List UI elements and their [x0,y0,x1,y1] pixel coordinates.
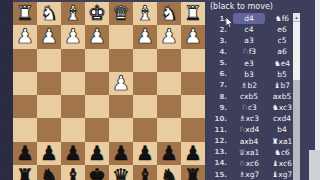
white-rook[interactable]: ♜ [16,2,34,25]
black-pawn[interactable]: ♟ [16,142,34,165]
move-row: 5.e3♞e4 [205,58,305,69]
square-h3[interactable] [13,49,37,72]
black-pawn[interactable]: ♟ [40,142,58,165]
square-b4[interactable] [157,72,181,95]
square-d2[interactable] [109,25,133,48]
square-e2[interactable]: ♟ [85,25,109,48]
black-rook[interactable]: ♜ [16,165,34,180]
square-c1[interactable]: ♝ [133,2,157,25]
move-white[interactable]: axb4 [233,137,265,146]
square-g2[interactable]: ♟ [37,25,61,48]
square-e6[interactable] [85,118,109,141]
chess-app-window: ››››››› ♜♞♝♚♛♝♞♜♟♟♟♟♟♟♟♟♟♟♟♟♟♟♟♟♜♞♝♚♛♝♞♜… [0,0,320,180]
move-white[interactable]: ♗xg7 [233,170,265,179]
square-a5[interactable] [181,95,205,118]
square-b8[interactable]: ♞ [157,165,181,180]
square-h4[interactable] [13,72,37,95]
move-row: 2.c4e6 [205,24,305,35]
square-d6[interactable] [109,118,133,141]
move-number: 14. [205,159,227,167]
move-row: 1.d4♞f6 [205,13,305,24]
move-white[interactable]: ♕xa1 [233,148,265,157]
square-b3[interactable] [157,49,181,72]
square-a4[interactable] [181,72,205,95]
square-f5[interactable] [61,95,85,118]
square-b6[interactable] [157,118,181,141]
black-pawn[interactable]: ♟ [64,142,82,165]
move-white[interactable]: cxb5 [233,92,265,101]
sidebar-marker-icon: › [4,18,12,24]
square-d5[interactable] [109,95,133,118]
square-e4[interactable] [85,72,109,95]
black-knight[interactable]: ♞ [40,165,58,180]
white-pawn[interactable]: ♟ [64,25,82,48]
move-white[interactable]: ♗xc3 [233,114,265,123]
sidebar-marker-icon: › [4,143,12,149]
move-number: 15. [205,171,227,179]
scrollbar-up-button[interactable]: ▴ [293,13,300,21]
square-h8[interactable]: ♜ [13,165,37,180]
move-number: 10. [205,115,227,123]
move-number: 5. [205,59,227,67]
move-row: 3.a3c5 [205,35,305,46]
square-d4[interactable]: ♟ [109,72,133,95]
square-d7[interactable]: ♟ [109,142,133,165]
white-pawn[interactable]: ♟ [112,72,130,95]
square-f6[interactable] [61,118,85,141]
square-d3[interactable] [109,49,133,72]
square-b1[interactable]: ♞ [157,2,181,25]
move-white[interactable]: ♘f3 [233,47,265,56]
move-white[interactable]: b3 [233,70,265,79]
left-sidebar: ››››››› [0,0,13,180]
move-number: 3. [205,37,227,45]
square-d8[interactable]: ♛ [109,165,133,180]
white-rook[interactable]: ♜ [184,2,202,25]
move-number: 13. [205,148,227,156]
square-b2[interactable]: ♟ [157,25,181,48]
move-row: 9.♘c3♞xc3 [205,102,305,113]
sidebar-marker-icon: › [4,43,12,49]
square-e8[interactable]: ♚ [85,165,109,180]
white-pawn[interactable]: ♟ [40,25,58,48]
square-h6[interactable] [13,118,37,141]
sidebar-marker-icon: › [4,118,12,124]
move-row: 7.♗b2♝b7 [205,80,305,91]
move-white[interactable]: e3 [233,59,265,68]
white-pawn[interactable]: ♟ [136,25,154,48]
chess-board[interactable]: ♜♞♝♚♛♝♞♜♟♟♟♟♟♟♟♟♟♟♟♟♟♟♟♟♜♞♝♚♛♝♞♜ [13,2,205,180]
square-g6[interactable] [37,118,61,141]
square-b5[interactable] [157,95,181,118]
move-number: 1. [205,15,227,23]
move-number: 9. [205,104,227,112]
move-white[interactable]: d4 [233,13,265,24]
move-white[interactable]: a3 [233,36,265,45]
square-c2[interactable]: ♟ [133,25,157,48]
move-row: 10.♗xc3cxd4 [205,113,305,124]
square-f8[interactable]: ♝ [61,165,85,180]
move-list[interactable]: 1.d4♞f62.c4e63.a3c54.♘f3a65.e3♞e46.b3b57… [205,13,305,180]
black-pawn[interactable]: ♟ [160,142,178,165]
square-f1[interactable]: ♝ [61,2,85,25]
white-king[interactable]: ♚ [88,2,106,25]
square-c8[interactable]: ♝ [133,165,157,180]
square-f4[interactable] [61,72,85,95]
sidebar-marker-icon: › [4,68,12,74]
square-h2[interactable]: ♟ [13,25,37,48]
black-bishop[interactable]: ♝ [136,165,154,180]
square-f7[interactable]: ♟ [61,142,85,165]
move-number: 6. [205,70,227,78]
black-pawn[interactable]: ♟ [112,142,130,165]
square-c5[interactable] [133,95,157,118]
move-number: 8. [205,93,227,101]
sidebar-marker-icon: › [4,168,12,174]
move-row: 14.♘xc6♝xc6 [205,158,305,169]
move-white[interactable]: ♘xc6 [233,159,265,168]
square-h1[interactable]: ♜ [13,2,37,25]
move-row: 13.♕xa1♞c6 [205,147,305,158]
square-g8[interactable]: ♞ [37,165,61,180]
square-c4[interactable] [133,72,157,95]
white-pawn[interactable]: ♟ [184,25,202,48]
square-a6[interactable] [181,118,205,141]
black-pawn[interactable]: ♟ [184,142,202,165]
move-row: 15.♗xg7♝xg7 [205,169,305,180]
square-h5[interactable] [13,95,37,118]
square-g7[interactable]: ♟ [37,142,61,165]
square-a7[interactable]: ♟ [181,142,205,165]
move-white[interactable]: ♗b2 [233,81,265,90]
mouse-cursor-icon [226,13,234,24]
square-g5[interactable] [37,95,61,118]
square-h7[interactable]: ♟ [13,142,37,165]
square-a3[interactable] [181,49,205,72]
square-c6[interactable] [133,118,157,141]
scrollbar-thumb[interactable] [293,22,300,80]
sidebar-marker-icon: › [4,93,12,99]
white-bishop[interactable]: ♝ [136,2,154,25]
move-row: 12.axb4♜xa1 [205,136,305,147]
black-knight[interactable]: ♞ [160,165,178,180]
move-row: 4.♘f3a6 [205,46,305,57]
white-knight[interactable]: ♞ [160,2,178,25]
square-c7[interactable]: ♟ [133,142,157,165]
move-number: 12. [205,137,227,145]
square-g4[interactable] [37,72,61,95]
white-pawn[interactable]: ♟ [160,25,178,48]
black-king[interactable]: ♚ [88,165,106,180]
square-a1[interactable]: ♜ [181,2,205,25]
square-c3[interactable] [133,49,157,72]
black-rook[interactable]: ♜ [184,165,202,180]
square-b7[interactable]: ♟ [157,142,181,165]
square-e3[interactable] [85,49,109,72]
up-arrow-icon: ▴ [295,14,298,20]
move-number: 7. [205,81,227,89]
move-list-scrollbar[interactable]: ▴ [293,13,300,180]
white-pawn[interactable]: ♟ [88,25,106,48]
square-a2[interactable]: ♟ [181,25,205,48]
move-number: 4. [205,48,227,56]
move-white[interactable]: c4 [233,25,265,34]
square-e1[interactable]: ♚ [85,2,109,25]
square-d1[interactable]: ♛ [109,2,133,25]
black-pawn[interactable]: ♟ [136,142,154,165]
move-row: 8.cxb5axb5 [205,91,305,102]
move-row: 11.♘xd4b4 [205,124,305,135]
white-queen[interactable]: ♛ [112,2,130,25]
square-g3[interactable] [37,49,61,72]
white-bishop[interactable]: ♝ [64,2,82,25]
move-white[interactable]: ♘c3 [233,103,265,112]
square-f3[interactable] [61,49,85,72]
window-edge-corner [309,150,320,180]
square-f2[interactable]: ♟ [61,25,85,48]
move-row: 6.b3b5 [205,69,305,80]
square-a8[interactable]: ♜ [181,165,205,180]
move-number: 11. [205,126,227,134]
black-queen[interactable]: ♛ [112,165,130,180]
square-g1[interactable]: ♞ [37,2,61,25]
move-number: 2. [205,26,227,34]
white-pawn[interactable]: ♟ [16,25,34,48]
square-e5[interactable] [85,95,109,118]
black-pawn[interactable]: ♟ [88,142,106,165]
white-knight[interactable]: ♞ [40,2,58,25]
black-bishop[interactable]: ♝ [64,165,82,180]
move-white[interactable]: ♘xd4 [233,125,265,134]
turn-status-label: (black to move) [210,2,273,11]
square-e7[interactable]: ♟ [85,142,109,165]
